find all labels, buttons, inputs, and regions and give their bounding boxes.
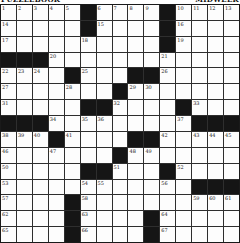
black-cell	[224, 116, 239, 131]
clue-number: 65	[2, 227, 8, 233]
clue-number: 8	[129, 5, 132, 11]
grid-cell-r13c6[interactable]: 58	[81, 195, 96, 210]
grid-cell-r11c4[interactable]	[49, 164, 64, 179]
grid-cell-r15c15[interactable]	[224, 227, 239, 242]
grid-cell-r5c6[interactable]: 25	[81, 68, 96, 83]
clue-number: 24	[34, 68, 40, 74]
grid-cell-r14c13[interactable]	[192, 211, 207, 226]
grid-cell-r13c3[interactable]	[33, 195, 48, 210]
grid-cell-r12c3[interactable]	[33, 180, 48, 195]
grid-cell-r15c8[interactable]	[113, 227, 128, 242]
grid-cell-r15c12[interactable]	[176, 227, 191, 242]
clue-number: 52	[177, 164, 183, 170]
clue-number: 62	[2, 211, 8, 217]
black-cell	[97, 100, 112, 115]
clue-number: 25	[82, 68, 88, 74]
grid-cell-r5c14[interactable]	[208, 68, 223, 83]
clue-number: 27	[2, 84, 8, 90]
grid-cell-r14c3[interactable]	[33, 211, 48, 226]
black-cell	[160, 5, 175, 20]
grid-cell-r2c2[interactable]	[17, 21, 32, 36]
grid-cell-r10c3[interactable]	[33, 148, 48, 163]
clue-number: 16	[177, 21, 183, 27]
clue-number: 60	[209, 195, 215, 201]
black-cell	[97, 164, 112, 179]
grid-cell-r7c14[interactable]	[208, 100, 223, 115]
grid-cell-r15c4[interactable]	[49, 227, 64, 242]
grid-cell-r8c6[interactable]: 35	[81, 116, 96, 131]
grid-cell-r11c9[interactable]	[128, 164, 143, 179]
black-cell	[144, 227, 159, 242]
grid-cell-r14c9[interactable]	[128, 211, 143, 226]
grid-cell-r11c14[interactable]	[208, 164, 223, 179]
grid-cell-r7c5[interactable]	[65, 100, 80, 115]
grid-cell-r3c5[interactable]	[65, 37, 80, 52]
grid-cell-r13c12[interactable]	[176, 195, 191, 210]
clue-number: 47	[50, 148, 56, 154]
grid-cell-r3c8[interactable]	[113, 37, 128, 52]
grid-cell-r12c11[interactable]: 56	[160, 180, 175, 195]
grid-cell-r9c12[interactable]	[176, 132, 191, 147]
clue-number: 4	[50, 5, 53, 11]
clue-number: 6	[98, 5, 101, 11]
grid-cell-r9c11[interactable]: 42	[160, 132, 175, 147]
grid-cell-r2c8[interactable]	[113, 21, 128, 36]
grid-cell-r5c7[interactable]	[97, 68, 112, 83]
grid-cell-r4c6[interactable]	[81, 53, 96, 68]
grid-cell-r5c1[interactable]: 22	[1, 68, 16, 83]
grid-cell-r11c13[interactable]	[192, 164, 207, 179]
grid-cell-r5c3[interactable]: 24	[33, 68, 48, 83]
black-cell	[192, 180, 207, 195]
grid-cell-r4c13[interactable]	[192, 53, 207, 68]
grid-cell-r14c1[interactable]: 62	[1, 211, 16, 226]
grid-cell-r13c7[interactable]	[97, 195, 112, 210]
grid-cell-r12c10[interactable]	[144, 180, 159, 195]
grid-cell-r6c4[interactable]	[49, 84, 64, 99]
grid-cell-r6c2[interactable]	[17, 84, 32, 99]
clue-number: 36	[98, 116, 104, 122]
clue-number: 12	[209, 5, 215, 11]
grid-cell-r12c5[interactable]	[65, 180, 80, 195]
grid-cell-r7c8[interactable]: 32	[113, 100, 128, 115]
clue-number: 2	[18, 5, 21, 11]
grid-cell-r5c12[interactable]	[176, 68, 191, 83]
grid-cell-r9c15[interactable]: 45	[224, 132, 239, 147]
grid-cell-r11c12[interactable]: 52	[176, 164, 191, 179]
clue-number: 50	[2, 164, 8, 170]
clue-number: 3	[34, 5, 37, 11]
grid-cell-r11c2[interactable]	[17, 164, 32, 179]
grid-cell-r6c13[interactable]	[192, 84, 207, 99]
grid-cell-r12c1[interactable]: 53	[1, 180, 16, 195]
clue-number: 30	[145, 84, 151, 90]
black-cell	[160, 164, 175, 179]
clue-number: 54	[82, 180, 88, 186]
clue-number: 28	[66, 84, 72, 90]
grid-cell-r6c1[interactable]: 27	[1, 84, 16, 99]
grid-cell-r14c6[interactable]: 63	[81, 211, 96, 226]
grid-cell-r10c2[interactable]	[17, 148, 32, 163]
clue-number: 44	[209, 132, 215, 138]
grid-cell-r1c1[interactable]: 1	[1, 5, 16, 20]
grid-cell-r9c5[interactable]: 41	[65, 132, 80, 147]
grid-cell-r12c6[interactable]: 54	[81, 180, 96, 195]
grid-cell-r9c8[interactable]	[113, 132, 128, 147]
grid-cell-r4c15[interactable]	[224, 53, 239, 68]
clue-number: 18	[82, 37, 88, 43]
grid-cell-r7c1[interactable]: 31	[1, 100, 16, 115]
grid-cell-r2c15[interactable]	[224, 21, 239, 36]
grid-cell-r4c10[interactable]	[144, 53, 159, 68]
black-cell	[144, 68, 159, 83]
grid-cell-r6c7[interactable]	[97, 84, 112, 99]
clue-number: 1	[2, 5, 5, 11]
grid-cell-r4c4[interactable]: 20	[49, 53, 64, 68]
grid-cell-r15c1[interactable]: 65	[1, 227, 16, 242]
grid-cell-r14c8[interactable]	[113, 211, 128, 226]
clue-number: 11	[193, 5, 199, 11]
grid-cell-r3c10[interactable]	[144, 37, 159, 52]
grid-cell-r9c14[interactable]: 44	[208, 132, 223, 147]
grid-cell-r7c2[interactable]	[17, 100, 32, 115]
grid-cell-r12c7[interactable]: 55	[97, 180, 112, 195]
black-cell	[144, 211, 159, 226]
grid-cell-r4c5[interactable]	[65, 53, 80, 68]
clue-number: 29	[129, 84, 135, 90]
grid-cell-r12c2[interactable]	[17, 180, 32, 195]
clue-number: 13	[225, 5, 231, 11]
grid-cell-r4c7[interactable]	[97, 53, 112, 68]
grid-cell-r5c4[interactable]	[49, 68, 64, 83]
grid-cell-r11c3[interactable]	[33, 164, 48, 179]
black-cell	[176, 100, 191, 115]
black-cell	[224, 180, 239, 195]
grid-cell-r5c13[interactable]	[192, 68, 207, 83]
grid-cell-r3c14[interactable]	[208, 37, 223, 52]
grid-cell-r2c13[interactable]	[192, 21, 207, 36]
clue-number: 37	[177, 116, 183, 122]
grid-cell-r1c5[interactable]: 5	[65, 5, 80, 20]
clue-number: 31	[2, 100, 8, 106]
grid-cell-r8c5[interactable]	[65, 116, 80, 131]
clue-number: 26	[161, 68, 167, 74]
black-cell	[1, 116, 16, 131]
puzzle-page: PUZZLEBOOK MIDWEEK 123456789101112131415…	[0, 0, 240, 243]
grid-cell-r13c15[interactable]: 61	[224, 195, 239, 210]
grid-cell-r2c7[interactable]: 15	[97, 21, 112, 36]
grid-cell-r11c10[interactable]	[144, 164, 159, 179]
black-cell	[113, 148, 128, 163]
black-cell	[208, 180, 223, 195]
grid-cell-r15c3[interactable]	[33, 227, 48, 242]
grid-cell-r3c7[interactable]	[97, 37, 112, 52]
black-cell	[65, 211, 80, 226]
grid-cell-r1c7[interactable]: 6	[97, 5, 112, 20]
clue-number: 63	[82, 211, 88, 217]
clue-number: 45	[225, 132, 231, 138]
grid-cell-r7c3[interactable]	[33, 100, 48, 115]
grid-cell-r10c13[interactable]	[192, 148, 207, 163]
grid-cell-r2c10[interactable]	[144, 21, 159, 36]
grid-cell-r8c8[interactable]	[113, 116, 128, 131]
grid-cell-r10c14[interactable]	[208, 148, 223, 163]
clue-number: 56	[161, 180, 167, 186]
grid-cell-r4c14[interactable]	[208, 53, 223, 68]
grid-cell-r7c11[interactable]	[160, 100, 175, 115]
grid-cell-r12c12[interactable]	[176, 180, 191, 195]
grid-cell-r10c6[interactable]	[81, 148, 96, 163]
grid-cell-r12c8[interactable]	[113, 180, 128, 195]
grid-cell-r2c14[interactable]	[208, 21, 223, 36]
grid-cell-r15c14[interactable]	[208, 227, 223, 242]
grid-cell-r3c4[interactable]	[49, 37, 64, 52]
grid-cell-r6c12[interactable]	[176, 84, 191, 99]
grid-cell-r15c2[interactable]	[17, 227, 32, 242]
grid-cell-r10c11[interactable]	[160, 148, 175, 163]
grid-cell-r9c13[interactable]: 43	[192, 132, 207, 147]
grid-cell-r9c1[interactable]: 38	[1, 132, 16, 147]
grid-cell-r11c1[interactable]: 50	[1, 164, 16, 179]
grid-cell-r15c11[interactable]: 67	[160, 227, 175, 242]
grid-cell-r13c2[interactable]	[17, 195, 32, 210]
grid-cell-r12c9[interactable]	[128, 180, 143, 195]
grid-cell-r13c4[interactable]	[49, 195, 64, 210]
grid-cell-r3c9[interactable]	[128, 37, 143, 52]
black-cell	[113, 84, 128, 99]
grid-cell-r4c8[interactable]	[113, 53, 128, 68]
clue-number: 41	[66, 132, 72, 138]
grid-cell-r6c6[interactable]	[81, 84, 96, 99]
grid-cell-r4c11[interactable]: 21	[160, 53, 175, 68]
grid-cell-r3c6[interactable]: 18	[81, 37, 96, 52]
grid-cell-r11c5[interactable]	[65, 164, 80, 179]
clue-number: 58	[82, 195, 88, 201]
clue-number: 64	[161, 211, 167, 217]
grid-cell-r13c11[interactable]	[160, 195, 175, 210]
grid-cell-r8c9[interactable]	[128, 116, 143, 131]
grid-cell-r5c8[interactable]	[113, 68, 128, 83]
grid-cell-r9c6[interactable]	[81, 132, 96, 147]
clue-number: 35	[82, 116, 88, 122]
black-cell	[49, 132, 64, 147]
grid-cell-r11c15[interactable]	[224, 164, 239, 179]
grid-cell-r14c14[interactable]	[208, 211, 223, 226]
grid-cell-r8c10[interactable]	[144, 116, 159, 131]
clue-number: 22	[2, 68, 8, 74]
grid-cell-r9c2[interactable]: 39	[17, 132, 32, 147]
grid-cell-r2c5[interactable]	[65, 21, 80, 36]
clue-number: 67	[161, 227, 167, 233]
grid-cell-r11c8[interactable]: 51	[113, 164, 128, 179]
grid-cell-r1c10[interactable]: 9	[144, 5, 159, 20]
clue-number: 9	[145, 5, 148, 11]
black-cell	[17, 116, 32, 131]
black-cell	[81, 21, 96, 36]
grid-cell-r14c4[interactable]	[49, 211, 64, 226]
grid-cell-r13c13[interactable]: 59	[192, 195, 207, 210]
grid-cell-r3c1[interactable]: 17	[1, 37, 16, 52]
black-cell	[65, 68, 80, 83]
grid-cell-r5c11[interactable]: 26	[160, 68, 175, 83]
clue-number: 17	[2, 37, 8, 43]
grid-cell-r8c7[interactable]: 36	[97, 116, 112, 131]
clue-number: 34	[50, 116, 56, 122]
grid-cell-r8c4[interactable]: 34	[49, 116, 64, 131]
grid-cell-r3c3[interactable]	[33, 37, 48, 52]
grid-cell-r1c2[interactable]: 2	[17, 5, 32, 20]
clue-number: 43	[193, 132, 199, 138]
grid-cell-r10c12[interactable]	[176, 148, 191, 163]
grid-cell-r8c12[interactable]: 37	[176, 116, 191, 131]
clue-number: 40	[34, 132, 40, 138]
grid-cell-r4c12[interactable]	[176, 53, 191, 68]
black-cell	[33, 116, 48, 131]
black-cell	[160, 37, 175, 52]
grid-cell-r7c13[interactable]: 33	[192, 100, 207, 115]
grid-cell-r10c15[interactable]	[224, 148, 239, 163]
clue-number: 23	[18, 68, 24, 74]
grid-cell-r13c9[interactable]	[128, 195, 143, 210]
grid-cell-r5c2[interactable]: 23	[17, 68, 32, 83]
grid-cell-r3c2[interactable]	[17, 37, 32, 52]
grid-cell-r14c15[interactable]	[224, 211, 239, 226]
clue-number: 33	[193, 100, 199, 106]
grid-cell-r1c14[interactable]: 12	[208, 5, 223, 20]
clue-number: 21	[161, 53, 167, 59]
grid-cell-r10c10[interactable]: 49	[144, 148, 159, 163]
grid-cell-r6c9[interactable]: 29	[128, 84, 143, 99]
grid-cell-r2c9[interactable]	[128, 21, 143, 36]
black-cell	[192, 116, 207, 131]
grid-cell-r6c10[interactable]: 30	[144, 84, 159, 99]
clue-number: 14	[2, 21, 8, 27]
clue-number: 61	[225, 195, 231, 201]
grid-cell-r1c8[interactable]: 7	[113, 5, 128, 20]
grid-cell-r14c12[interactable]	[176, 211, 191, 226]
grid-cell-r1c9[interactable]: 8	[128, 5, 143, 20]
clue-number: 19	[177, 37, 183, 43]
grid-cell-r13c10[interactable]	[144, 195, 159, 210]
grid-cell-r12c4[interactable]	[49, 180, 64, 195]
black-cell	[128, 68, 143, 83]
black-cell	[128, 132, 143, 147]
grid-cell-r6c5[interactable]: 28	[65, 84, 80, 99]
black-cell	[81, 164, 96, 179]
grid-cell-r1c3[interactable]: 3	[33, 5, 48, 20]
grid-cell-r2c4[interactable]	[49, 21, 64, 36]
clue-number: 48	[129, 148, 135, 154]
clue-number: 49	[145, 148, 151, 154]
grid-cell-r2c3[interactable]	[33, 21, 48, 36]
clue-number: 10	[177, 5, 183, 11]
grid-cell-r3c13[interactable]	[192, 37, 207, 52]
grid-cell-r14c11[interactable]: 64	[160, 211, 175, 226]
grid-cell-r10c5[interactable]	[65, 148, 80, 163]
black-cell	[81, 100, 96, 115]
grid-cell-r6c11[interactable]	[160, 84, 175, 99]
grid-cell-r1c12[interactable]: 10	[176, 5, 191, 20]
clue-number: 51	[114, 164, 120, 170]
clue-number: 46	[2, 148, 8, 154]
grid-cell-r1c15[interactable]: 13	[224, 5, 239, 20]
clue-number: 15	[98, 21, 104, 27]
black-cell	[65, 227, 80, 242]
black-cell	[17, 53, 32, 68]
grid-cell-r10c7[interactable]	[97, 148, 112, 163]
black-cell	[160, 21, 175, 36]
clue-number: 66	[82, 227, 88, 233]
grid-cell-r7c10[interactable]	[144, 100, 159, 115]
grid-cell-r13c14[interactable]: 60	[208, 195, 223, 210]
grid-cell-r7c4[interactable]	[49, 100, 64, 115]
grid-cell-r15c13[interactable]	[192, 227, 207, 242]
clue-number: 7	[114, 5, 117, 11]
crossword-grid: 1234567891011121314151617181920212223242…	[0, 4, 240, 243]
clue-number: 32	[114, 100, 120, 106]
black-cell	[33, 53, 48, 68]
clue-number: 55	[98, 180, 104, 186]
grid-cell-r15c9[interactable]	[128, 227, 143, 242]
grid-cell-r1c4[interactable]: 4	[49, 5, 64, 20]
grid-cell-r5c15[interactable]	[224, 68, 239, 83]
black-cell	[144, 132, 159, 147]
grid-cell-r9c7[interactable]	[97, 132, 112, 147]
clue-number: 5	[66, 5, 69, 11]
grid-cell-r9c3[interactable]: 40	[33, 132, 48, 147]
grid-cell-r13c1[interactable]: 57	[1, 195, 16, 210]
grid-cell-r10c1[interactable]: 46	[1, 148, 16, 163]
black-cell	[81, 5, 96, 20]
grid-cell-r13c8[interactable]	[113, 195, 128, 210]
grid-cell-r6c3[interactable]	[33, 84, 48, 99]
grid-cell-r10c9[interactable]: 48	[128, 148, 143, 163]
grid-cell-r10c4[interactable]: 47	[49, 148, 64, 163]
grid-cell-r15c7[interactable]	[97, 227, 112, 242]
grid-cell-r14c7[interactable]	[97, 211, 112, 226]
clue-number: 39	[18, 132, 24, 138]
grid-cell-r14c2[interactable]	[17, 211, 32, 226]
grid-cell-r6c14[interactable]	[208, 84, 223, 99]
grid-cell-r7c9[interactable]	[128, 100, 143, 115]
grid-cell-r4c9[interactable]	[128, 53, 143, 68]
clue-number: 42	[161, 132, 167, 138]
grid-cell-r8c11[interactable]	[160, 116, 175, 131]
grid-cell-r2c12[interactable]: 16	[176, 21, 191, 36]
clue-number: 53	[2, 180, 8, 186]
clue-number: 20	[50, 53, 56, 59]
clue-number: 57	[2, 195, 8, 201]
black-cell	[1, 53, 16, 68]
black-cell	[208, 116, 223, 131]
clue-number: 38	[2, 132, 8, 138]
clue-number: 59	[193, 195, 199, 201]
grid-cell-r3c12[interactable]: 19	[176, 37, 191, 52]
grid-cell-r7c15[interactable]	[224, 100, 239, 115]
grid-cell-r3c15[interactable]	[224, 37, 239, 52]
grid-cell-r1c13[interactable]: 11	[192, 5, 207, 20]
grid-cell-r15c6[interactable]: 66	[81, 227, 96, 242]
grid-cell-r2c1[interactable]: 14	[1, 21, 16, 36]
grid-cell-r6c15[interactable]	[224, 84, 239, 99]
black-cell	[65, 195, 80, 210]
